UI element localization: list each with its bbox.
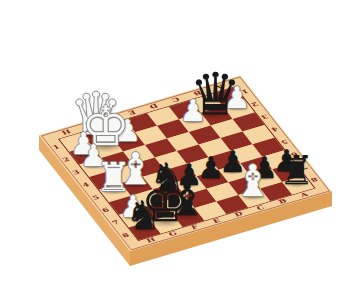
rank-label-left-1: 1 xyxy=(52,144,61,150)
file-label-far-D: D xyxy=(148,103,159,110)
black-rook-a8[interactable]: ♜ xyxy=(279,149,315,189)
white-pawn-c2[interactable]: ♟ xyxy=(180,96,207,126)
rank-label-left-6: 6 xyxy=(101,207,110,213)
rank-label-left-4: 4 xyxy=(81,182,90,188)
file-label-near-E: E xyxy=(212,217,222,224)
white-bishop-c8[interactable]: ♝ xyxy=(233,159,272,203)
black-knight-h8[interactable]: ♞ xyxy=(125,195,161,235)
file-label-near-D: D xyxy=(233,211,244,218)
file-label-near-B: B xyxy=(277,198,288,205)
chessboard-illustration: HH11GG22FF33EE44DD55CC66BB77AA88 ♟♛♟♛♟♚♟… xyxy=(0,0,360,300)
